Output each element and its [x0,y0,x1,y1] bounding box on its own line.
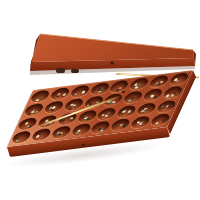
seed [52,106,56,109]
seed [128,99,132,102]
pit-r1-c8[interactable] [168,72,190,86]
seed [26,125,30,128]
product-photo-scene [0,0,200,200]
seed [162,119,166,122]
pit-r4-c8[interactable] [149,113,171,127]
seed [77,129,81,132]
hinge [56,68,65,73]
seed [35,110,39,113]
seed [138,122,142,125]
seed [51,109,55,112]
seed [105,115,109,118]
nail-dot [82,144,85,146]
seed [74,93,78,96]
seed [35,99,39,102]
seed [68,107,72,110]
seed [166,95,170,98]
seed [81,91,85,94]
seed [107,112,111,115]
pit-r3-c8[interactable] [155,99,177,113]
seed [62,93,66,96]
pit-r2-c8[interactable] [161,86,183,100]
seed [154,96,158,99]
seed [25,122,29,125]
seed [98,90,102,93]
seed [137,84,141,87]
seed [39,97,43,100]
keyhole-dot [111,62,114,65]
seed [56,93,60,96]
seed [27,112,31,115]
seed [171,94,175,97]
hinge [71,69,79,73]
seed [111,101,115,104]
seed [167,105,171,108]
seed [15,140,19,143]
seed [36,135,40,138]
brass-hinge-rod-glint [120,74,141,75]
seed [61,119,65,122]
seed [122,124,126,127]
seed [127,110,131,113]
seed [155,122,159,125]
seed [160,105,164,108]
